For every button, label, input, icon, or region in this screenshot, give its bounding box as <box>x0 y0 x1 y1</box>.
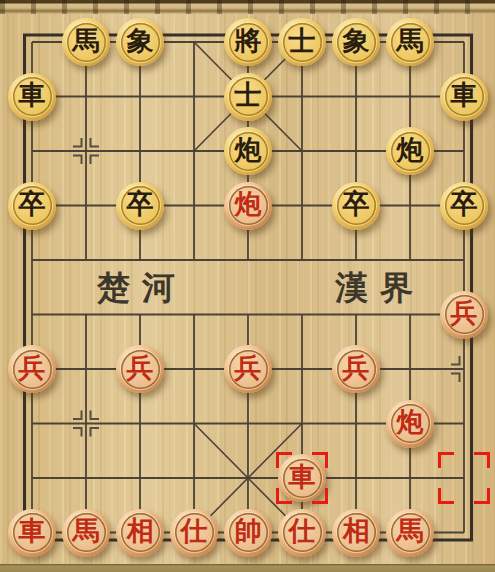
piece-glyph: 車 <box>19 518 46 545</box>
piece-face: 炮 <box>229 186 268 225</box>
piece-glyph: 卒 <box>451 191 478 218</box>
piece-glyph: 兵 <box>19 355 46 382</box>
piece-red-soldier[interactable]: 兵 <box>8 345 56 393</box>
piece-black-chariot[interactable]: 車 <box>8 73 56 121</box>
piece-glyph: 帥 <box>235 518 262 545</box>
piece-red-general[interactable]: 帥 <box>224 509 272 557</box>
piece-face: 兵 <box>121 350 160 389</box>
piece-face: 車 <box>445 77 484 116</box>
piece-black-elephant[interactable]: 象 <box>116 18 164 66</box>
piece-face: 士 <box>283 23 322 62</box>
piece-face: 卒 <box>13 186 52 225</box>
piece-face: 兵 <box>337 350 376 389</box>
piece-glyph: 象 <box>127 28 154 55</box>
piece-black-advisor[interactable]: 士 <box>224 73 272 121</box>
piece-red-soldier[interactable]: 兵 <box>116 345 164 393</box>
piece-face: 士 <box>229 77 268 116</box>
piece-face: 車 <box>13 513 52 552</box>
piece-face: 象 <box>337 23 376 62</box>
piece-black-chariot[interactable]: 車 <box>440 73 488 121</box>
piece-red-elephant[interactable]: 相 <box>116 509 164 557</box>
piece-red-cannon[interactable]: 炮 <box>224 182 272 230</box>
piece-face: 車 <box>283 459 322 498</box>
piece-face: 卒 <box>121 186 160 225</box>
piece-red-advisor[interactable]: 仕 <box>278 509 326 557</box>
piece-face: 兵 <box>13 350 52 389</box>
piece-glyph: 卒 <box>343 191 370 218</box>
piece-glyph: 車 <box>289 464 316 491</box>
piece-red-soldier[interactable]: 兵 <box>440 291 488 339</box>
piece-glyph: 象 <box>343 28 370 55</box>
last-move-from-marker <box>438 452 490 504</box>
piece-glyph: 士 <box>289 28 316 55</box>
piece-glyph: 相 <box>343 518 370 545</box>
piece-glyph: 卒 <box>127 191 154 218</box>
piece-glyph: 士 <box>235 82 262 109</box>
piece-black-cannon[interactable]: 炮 <box>386 127 434 175</box>
piece-face: 相 <box>121 513 160 552</box>
piece-glyph: 卒 <box>19 191 46 218</box>
piece-glyph: 兵 <box>127 355 154 382</box>
piece-grid[interactable]: 馬象將士象馬車士車炮炮卒卒炮卒卒兵兵兵兵兵炮車車馬相仕帥仕相馬 <box>5 15 491 560</box>
piece-black-general[interactable]: 將 <box>224 18 272 66</box>
piece-glyph: 仕 <box>289 518 316 545</box>
piece-face: 炮 <box>229 132 268 171</box>
piece-black-soldier[interactable]: 卒 <box>116 182 164 230</box>
piece-face: 帥 <box>229 513 268 552</box>
piece-red-soldier[interactable]: 兵 <box>332 345 380 393</box>
piece-glyph: 炮 <box>397 137 424 164</box>
piece-glyph: 炮 <box>235 191 262 218</box>
piece-black-horse[interactable]: 馬 <box>386 18 434 66</box>
piece-face: 炮 <box>391 404 430 443</box>
piece-glyph: 兵 <box>343 355 370 382</box>
piece-face: 車 <box>13 77 52 116</box>
piece-face: 象 <box>121 23 160 62</box>
piece-red-horse[interactable]: 馬 <box>386 509 434 557</box>
piece-face: 炮 <box>391 132 430 171</box>
piece-face: 馬 <box>391 513 430 552</box>
piece-face: 馬 <box>67 513 106 552</box>
piece-glyph: 仕 <box>181 518 208 545</box>
piece-glyph: 兵 <box>451 300 478 327</box>
piece-face: 將 <box>229 23 268 62</box>
piece-red-elephant[interactable]: 相 <box>332 509 380 557</box>
piece-glyph: 將 <box>235 28 262 55</box>
piece-face: 馬 <box>67 23 106 62</box>
piece-red-chariot[interactable]: 車 <box>8 509 56 557</box>
piece-black-soldier[interactable]: 卒 <box>440 182 488 230</box>
bottom-frame-trim <box>0 564 495 572</box>
piece-glyph: 相 <box>127 518 154 545</box>
piece-red-advisor[interactable]: 仕 <box>170 509 218 557</box>
piece-black-elephant[interactable]: 象 <box>332 18 380 66</box>
piece-glyph: 馬 <box>73 28 100 55</box>
piece-face: 卒 <box>337 186 376 225</box>
piece-face: 兵 <box>445 295 484 334</box>
piece-glyph: 馬 <box>397 518 424 545</box>
piece-glyph: 兵 <box>235 355 262 382</box>
piece-red-horse[interactable]: 馬 <box>62 509 110 557</box>
piece-glyph: 馬 <box>73 518 100 545</box>
piece-glyph: 車 <box>19 82 46 109</box>
piece-face: 仕 <box>283 513 322 552</box>
piece-red-chariot[interactable]: 車 <box>278 454 326 502</box>
piece-glyph: 炮 <box>235 137 262 164</box>
piece-glyph: 馬 <box>397 28 424 55</box>
piece-glyph: 車 <box>451 82 478 109</box>
piece-black-cannon[interactable]: 炮 <box>224 127 272 175</box>
piece-red-cannon[interactable]: 炮 <box>386 400 434 448</box>
xiangqi-board: 楚河 漢界 馬象將士象馬車士車炮炮卒卒炮卒卒兵兵兵兵兵炮車車馬相仕帥仕相馬 <box>0 0 495 572</box>
piece-face: 卒 <box>445 186 484 225</box>
piece-face: 馬 <box>391 23 430 62</box>
piece-face: 相 <box>337 513 376 552</box>
piece-red-soldier[interactable]: 兵 <box>224 345 272 393</box>
piece-black-soldier[interactable]: 卒 <box>332 182 380 230</box>
piece-black-horse[interactable]: 馬 <box>62 18 110 66</box>
top-frame-trim <box>0 0 495 14</box>
piece-black-soldier[interactable]: 卒 <box>8 182 56 230</box>
piece-black-advisor[interactable]: 士 <box>278 18 326 66</box>
piece-face: 兵 <box>229 350 268 389</box>
piece-face: 仕 <box>175 513 214 552</box>
piece-glyph: 炮 <box>397 409 424 436</box>
